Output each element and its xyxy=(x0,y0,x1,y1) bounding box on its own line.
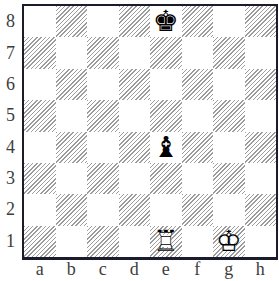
square-d3[interactable] xyxy=(119,163,151,194)
square-e5[interactable] xyxy=(150,100,182,131)
square-d2[interactable] xyxy=(119,194,151,225)
square-h5[interactable] xyxy=(245,100,277,131)
square-g4[interactable] xyxy=(213,132,245,163)
square-e6[interactable] xyxy=(150,69,182,100)
rank-label-6: 6 xyxy=(0,69,21,100)
square-a2[interactable] xyxy=(24,194,56,225)
file-label-c: c xyxy=(87,259,119,280)
square-b5[interactable] xyxy=(56,100,88,131)
square-f3[interactable] xyxy=(182,163,214,194)
square-b4[interactable] xyxy=(56,132,88,163)
square-e8[interactable]: ♚ xyxy=(150,6,182,37)
square-d6[interactable] xyxy=(119,69,151,100)
file-labels: abcdefgh xyxy=(24,259,276,280)
square-f8[interactable] xyxy=(182,6,214,37)
square-b6[interactable] xyxy=(56,69,88,100)
square-a1[interactable] xyxy=(24,226,56,257)
square-d1[interactable] xyxy=(119,226,151,257)
square-f1[interactable] xyxy=(182,226,214,257)
square-h8[interactable] xyxy=(245,6,277,37)
black-king: ♚ xyxy=(150,6,182,37)
square-d4[interactable] xyxy=(119,132,151,163)
rank-label-3: 3 xyxy=(0,163,21,194)
square-d7[interactable] xyxy=(119,37,151,68)
square-f4[interactable] xyxy=(182,132,214,163)
square-f5[interactable] xyxy=(182,100,214,131)
square-e7[interactable] xyxy=(150,37,182,68)
square-b2[interactable] xyxy=(56,194,88,225)
square-e3[interactable] xyxy=(150,163,182,194)
file-label-b: b xyxy=(56,259,88,280)
square-h4[interactable] xyxy=(245,132,277,163)
black-bishop: ♝ xyxy=(150,132,182,163)
square-c6[interactable] xyxy=(87,69,119,100)
square-c4[interactable] xyxy=(87,132,119,163)
square-g1[interactable]: ♚♔ xyxy=(213,226,245,257)
square-f7[interactable] xyxy=(182,37,214,68)
square-c7[interactable] xyxy=(87,37,119,68)
square-b7[interactable] xyxy=(56,37,88,68)
square-e1[interactable]: ♜♖ xyxy=(150,226,182,257)
square-c8[interactable] xyxy=(87,6,119,37)
square-g2[interactable] xyxy=(213,194,245,225)
file-label-a: a xyxy=(24,259,56,280)
rank-label-4: 4 xyxy=(0,132,21,163)
white-king-glyph: ♔ xyxy=(216,227,242,256)
file-label-h: h xyxy=(245,259,277,280)
square-f6[interactable] xyxy=(182,69,214,100)
square-b8[interactable] xyxy=(56,6,88,37)
rank-labels: 87654321 xyxy=(0,6,21,257)
square-c3[interactable] xyxy=(87,163,119,194)
square-b3[interactable] xyxy=(56,163,88,194)
square-h7[interactable] xyxy=(245,37,277,68)
square-a3[interactable] xyxy=(24,163,56,194)
square-c2[interactable] xyxy=(87,194,119,225)
chess-diagram: 87654321 ♚♝♜♖♚♔ abcdefgh xyxy=(0,0,279,281)
square-b1[interactable] xyxy=(56,226,88,257)
square-g7[interactable] xyxy=(213,37,245,68)
square-g3[interactable] xyxy=(213,163,245,194)
square-h6[interactable] xyxy=(245,69,277,100)
black-king-glyph: ♚ xyxy=(153,7,179,36)
square-d5[interactable] xyxy=(119,100,151,131)
square-a7[interactable] xyxy=(24,37,56,68)
square-h1[interactable] xyxy=(245,226,277,257)
square-a8[interactable] xyxy=(24,6,56,37)
square-a6[interactable] xyxy=(24,69,56,100)
file-label-g: g xyxy=(213,259,245,280)
file-label-f: f xyxy=(182,259,214,280)
rank-label-8: 8 xyxy=(0,6,21,37)
square-d8[interactable] xyxy=(119,6,151,37)
file-label-d: d xyxy=(119,259,151,280)
black-bishop-glyph: ♝ xyxy=(153,133,179,162)
square-h2[interactable] xyxy=(245,194,277,225)
square-e4[interactable]: ♝ xyxy=(150,132,182,163)
square-f2[interactable] xyxy=(182,194,214,225)
square-h3[interactable] xyxy=(245,163,277,194)
rank-label-2: 2 xyxy=(0,194,21,225)
square-a4[interactable] xyxy=(24,132,56,163)
chess-board: ♚♝♜♖♚♔ xyxy=(22,4,278,260)
white-rook-glyph: ♖ xyxy=(153,227,179,256)
square-e2[interactable] xyxy=(150,194,182,225)
square-c5[interactable] xyxy=(87,100,119,131)
rank-label-5: 5 xyxy=(0,100,21,131)
square-a5[interactable] xyxy=(24,100,56,131)
square-g6[interactable] xyxy=(213,69,245,100)
square-c1[interactable] xyxy=(87,226,119,257)
white-rook: ♜♖ xyxy=(150,226,182,257)
rank-label-7: 7 xyxy=(0,37,21,68)
square-g8[interactable] xyxy=(213,6,245,37)
white-king: ♚♔ xyxy=(213,226,245,257)
square-g5[interactable] xyxy=(213,100,245,131)
file-label-e: e xyxy=(150,259,182,280)
rank-label-1: 1 xyxy=(0,226,21,257)
